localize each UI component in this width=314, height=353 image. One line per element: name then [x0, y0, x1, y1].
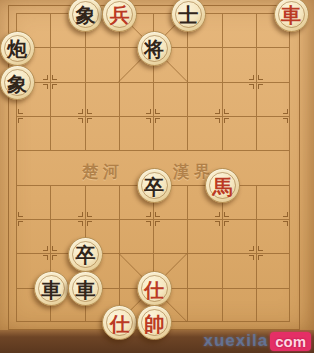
position-marker	[145, 211, 161, 227]
position-marker	[8, 211, 24, 227]
position-marker	[77, 108, 93, 124]
watermark-badge: com	[270, 332, 311, 351]
piece-red-horse[interactable]: 馬	[205, 168, 240, 203]
position-marker	[42, 245, 58, 261]
piece-character: 車	[41, 280, 61, 300]
position-marker	[42, 74, 58, 90]
piece-character: 帥	[144, 314, 164, 334]
position-marker	[214, 108, 230, 124]
piece-character: 象	[76, 5, 96, 25]
river-label-chu: 楚河	[82, 162, 124, 183]
grid-cell	[222, 13, 256, 47]
grid-cell	[16, 150, 50, 184]
piece-red-general[interactable]: 帥	[137, 305, 172, 340]
watermark: xuexila com	[204, 331, 312, 351]
position-marker	[77, 211, 93, 227]
position-marker	[8, 108, 24, 124]
piece-character: 車	[76, 280, 96, 300]
piece-black-elephant[interactable]: 象	[68, 0, 103, 32]
piece-black-soldier[interactable]: 卒	[137, 168, 172, 203]
piece-black-soldier[interactable]: 卒	[68, 237, 103, 272]
xiangqi-app: 楚河 漢界 象兵士車炮将象卒馬卒車車仕仕帥 xuexila com	[0, 0, 314, 353]
piece-black-advisor[interactable]: 士	[171, 0, 206, 32]
grid-cell	[256, 150, 290, 184]
piece-character: 炮	[7, 39, 27, 59]
piece-character: 仕	[144, 280, 164, 300]
grid-cell	[187, 288, 221, 322]
piece-character: 仕	[110, 314, 130, 334]
piece-black-cannon[interactable]: 炮	[0, 31, 35, 66]
piece-character: 将	[144, 39, 164, 59]
piece-black-elephant[interactable]: 象	[0, 65, 35, 100]
grid-cell	[187, 47, 221, 81]
piece-character: 兵	[110, 5, 130, 25]
piece-black-general[interactable]: 将	[137, 31, 172, 66]
watermark-name: xuexila	[204, 331, 269, 351]
piece-character: 卒	[144, 177, 164, 197]
position-marker	[214, 211, 230, 227]
position-marker	[248, 74, 264, 90]
grid-cell	[187, 253, 221, 287]
position-marker	[282, 211, 298, 227]
piece-red-advisor[interactable]: 仕	[137, 271, 172, 306]
grid-cell	[50, 150, 84, 184]
piece-black-chariot[interactable]: 車	[34, 271, 69, 306]
grid-cell	[222, 288, 256, 322]
piece-character: 士	[178, 5, 198, 25]
grid-cell	[256, 288, 290, 322]
grid-cell	[85, 47, 119, 81]
piece-character: 馬	[213, 177, 233, 197]
piece-black-chariot[interactable]: 車	[68, 271, 103, 306]
position-marker	[145, 108, 161, 124]
position-marker	[248, 245, 264, 261]
piece-character: 車	[281, 5, 301, 25]
piece-red-chariot[interactable]: 車	[274, 0, 309, 32]
piece-character: 卒	[76, 245, 96, 265]
piece-character: 象	[7, 74, 27, 94]
position-marker	[282, 108, 298, 124]
